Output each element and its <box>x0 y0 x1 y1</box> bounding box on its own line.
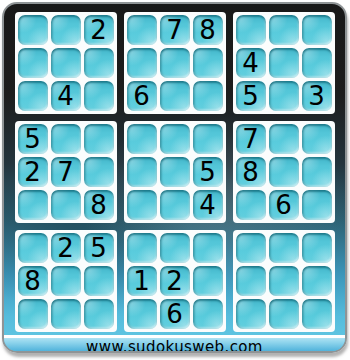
cell-r2c1[interactable] <box>18 48 48 78</box>
cell-r1c3[interactable]: 2 <box>84 15 114 45</box>
cell-r3c6[interactable] <box>193 81 223 111</box>
cell-r8c5[interactable]: 2 <box>160 266 190 296</box>
cell-r4c9[interactable] <box>302 124 332 154</box>
box-5: 54 <box>124 121 226 223</box>
cell-r3c5[interactable] <box>160 81 190 111</box>
cell-r9c4[interactable] <box>127 299 157 329</box>
cell-r7c5[interactable] <box>160 233 190 263</box>
cell-r7c2[interactable]: 2 <box>51 233 81 263</box>
cell-r5c8[interactable] <box>269 157 299 187</box>
cell-r4c6[interactable] <box>193 124 223 154</box>
cell-r4c2[interactable] <box>51 124 81 154</box>
cell-r2c9[interactable] <box>302 48 332 78</box>
cell-r7c4[interactable] <box>127 233 157 263</box>
cell-r2c3[interactable] <box>84 48 114 78</box>
cell-r4c1[interactable]: 5 <box>18 124 48 154</box>
cell-r4c3[interactable] <box>84 124 114 154</box>
box-6: 786 <box>233 121 335 223</box>
cell-r3c4[interactable]: 6 <box>127 81 157 111</box>
cell-r7c3[interactable]: 5 <box>84 233 114 263</box>
cell-r6c6[interactable]: 4 <box>193 190 223 220</box>
cell-r8c8[interactable] <box>269 266 299 296</box>
cell-r9c8[interactable] <box>269 299 299 329</box>
cell-r4c7[interactable]: 7 <box>236 124 266 154</box>
cell-r5c9[interactable] <box>302 157 332 187</box>
cell-r1c6[interactable]: 8 <box>193 15 223 45</box>
cell-r7c1[interactable] <box>18 233 48 263</box>
cell-r5c1[interactable]: 2 <box>18 157 48 187</box>
cell-r9c5[interactable]: 6 <box>160 299 190 329</box>
cell-r1c9[interactable] <box>302 15 332 45</box>
cell-r2c2[interactable] <box>51 48 81 78</box>
cell-r1c4[interactable] <box>127 15 157 45</box>
cell-r8c6[interactable] <box>193 266 223 296</box>
cell-r7c6[interactable] <box>193 233 223 263</box>
cell-r1c1[interactable] <box>18 15 48 45</box>
cell-r4c8[interactable] <box>269 124 299 154</box>
cell-r2c7[interactable]: 4 <box>236 48 266 78</box>
cell-r1c8[interactable] <box>269 15 299 45</box>
cell-r8c3[interactable] <box>84 266 114 296</box>
cell-r5c6[interactable]: 5 <box>193 157 223 187</box>
cell-r2c5[interactable] <box>160 48 190 78</box>
cell-r2c4[interactable] <box>127 48 157 78</box>
box-9 <box>233 230 335 332</box>
cell-r5c7[interactable]: 8 <box>236 157 266 187</box>
cell-r9c3[interactable] <box>84 299 114 329</box>
box-3: 453 <box>233 12 335 114</box>
box-2: 786 <box>124 12 226 114</box>
cell-r6c3[interactable]: 8 <box>84 190 114 220</box>
cell-r6c2[interactable] <box>51 190 81 220</box>
cell-r8c9[interactable] <box>302 266 332 296</box>
cell-r8c1[interactable]: 8 <box>18 266 48 296</box>
cell-r3c2[interactable]: 4 <box>51 81 81 111</box>
cell-r1c5[interactable]: 7 <box>160 15 190 45</box>
cell-r6c8[interactable]: 6 <box>269 190 299 220</box>
cell-r2c6[interactable] <box>193 48 223 78</box>
cell-r6c4[interactable] <box>127 190 157 220</box>
cell-r2c8[interactable] <box>269 48 299 78</box>
cell-r5c2[interactable]: 7 <box>51 157 81 187</box>
cell-r3c8[interactable] <box>269 81 299 111</box>
cell-r3c7[interactable]: 5 <box>236 81 266 111</box>
cell-r7c9[interactable] <box>302 233 332 263</box>
cell-r6c5[interactable] <box>160 190 190 220</box>
cell-r4c4[interactable] <box>127 124 157 154</box>
footer-bar: www.sudokusweb.com <box>4 338 345 353</box>
cell-r7c8[interactable] <box>269 233 299 263</box>
sudoku-widget: 24786453527854786258126 www.sudokusweb.c… <box>0 0 350 360</box>
box-4: 5278 <box>15 121 117 223</box>
website-link[interactable]: www.sudokusweb.com <box>86 338 263 353</box>
cell-r8c7[interactable] <box>236 266 266 296</box>
cell-r8c2[interactable] <box>51 266 81 296</box>
cell-r9c7[interactable] <box>236 299 266 329</box>
box-8: 126 <box>124 230 226 332</box>
cell-r1c2[interactable] <box>51 15 81 45</box>
cell-r6c7[interactable] <box>236 190 266 220</box>
cell-r6c1[interactable] <box>18 190 48 220</box>
cell-r3c1[interactable] <box>18 81 48 111</box>
cell-r9c2[interactable] <box>51 299 81 329</box>
cell-r7c7[interactable] <box>236 233 266 263</box>
cell-r9c9[interactable] <box>302 299 332 329</box>
sudoku-board: 24786453527854786258126 <box>15 12 335 332</box>
cell-r8c4[interactable]: 1 <box>127 266 157 296</box>
board-frame: 24786453527854786258126 www.sudokusweb.c… <box>2 2 347 353</box>
cell-r1c7[interactable] <box>236 15 266 45</box>
cell-r5c3[interactable] <box>84 157 114 187</box>
cell-r5c4[interactable] <box>127 157 157 187</box>
cell-r9c1[interactable] <box>18 299 48 329</box>
box-1: 24 <box>15 12 117 114</box>
cell-r9c6[interactable] <box>193 299 223 329</box>
cell-r5c5[interactable] <box>160 157 190 187</box>
box-7: 258 <box>15 230 117 332</box>
cell-r3c3[interactable] <box>84 81 114 111</box>
cell-r6c9[interactable] <box>302 190 332 220</box>
cell-r3c9[interactable]: 3 <box>302 81 332 111</box>
cell-r4c5[interactable] <box>160 124 190 154</box>
